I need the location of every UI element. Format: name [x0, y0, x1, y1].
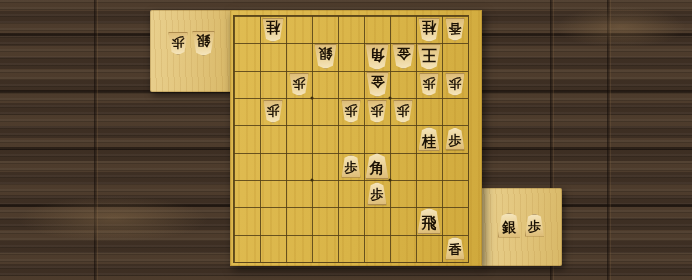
shogi-piece-sente-2e[interactable]: 桂: [418, 127, 440, 151]
shogi-piece-gote-6b[interactable]: 銀: [314, 44, 337, 69]
piece-kanji: 香: [449, 243, 462, 260]
shogi-piece-gote-7c[interactable]: 歩: [289, 73, 309, 96]
piece-kanji: 歩: [267, 100, 280, 117]
piece-kanji: 桂: [422, 18, 436, 36]
shogi-piece-gote-2b[interactable]: 王: [417, 44, 441, 70]
piece-kanji: 王: [422, 44, 437, 63]
wood-grain-highlight: [556, 6, 686, 48]
piece-kanji: 角: [370, 160, 385, 179]
shogi-piece-sente-1i[interactable]: 香: [445, 237, 465, 260]
piece-kanji: 桂: [422, 133, 436, 151]
shogi-piece-gote-4c[interactable]: 金: [366, 72, 389, 97]
wood-grain-highlight: [18, 196, 208, 242]
shogi-piece-sente-4g[interactable]: 歩: [367, 182, 387, 205]
gote-hand: 歩銀: [150, 10, 232, 92]
shogi-piece-sente[interactable]: 歩: [525, 214, 545, 237]
shogi-piece-gote-8a[interactable]: 桂: [262, 18, 284, 42]
board-grid[interactable]: 桂桂香銀角金王歩金歩歩歩歩歩歩桂歩歩角歩飛香: [233, 15, 469, 263]
shogi-piece-gote-1a[interactable]: 香: [445, 18, 465, 41]
piece-kanji: 歩: [449, 134, 462, 151]
shogi-piece-gote-2c[interactable]: 歩: [419, 73, 439, 96]
sente-hand: 銀歩: [480, 188, 562, 266]
shogi-piece-sente-4f[interactable]: 角: [365, 153, 389, 179]
piece-kanji: 歩: [171, 32, 184, 49]
piece-kanji: 銀: [318, 44, 332, 62]
gote-komadai: 歩銀: [150, 10, 232, 92]
piece-kanji: 桂: [266, 18, 280, 36]
piece-kanji: 歩: [397, 100, 410, 117]
table-plank-seam: [607, 0, 610, 280]
shogi-piece-gote-4b[interactable]: 角: [365, 44, 389, 70]
shogi-piece-gote-2a[interactable]: 桂: [418, 18, 440, 42]
table-plank-seam: [94, 0, 97, 280]
shogi-board: 桂桂香銀角金王歩金歩歩歩歩歩歩桂歩歩角歩飛香: [230, 10, 482, 266]
piece-kanji: 歩: [293, 73, 306, 90]
shogi-piece-sente-1e[interactable]: 歩: [445, 127, 465, 150]
shogi-piece-sente-2h[interactable]: 飛: [417, 208, 441, 234]
piece-kanji: 歩: [345, 100, 358, 117]
piece-kanji: 香: [449, 18, 462, 35]
shogi-piece-gote[interactable]: 銀: [192, 31, 215, 56]
piece-kanji: 飛: [422, 215, 437, 234]
piece-kanji: 歩: [371, 188, 384, 205]
shogi-piece-sente-5f[interactable]: 歩: [341, 155, 361, 178]
shogi-piece-gote[interactable]: 歩: [168, 32, 188, 55]
shogi-piece-gote-1c[interactable]: 歩: [445, 73, 465, 96]
piece-kanji: 歩: [371, 100, 384, 117]
sente-komadai: 銀歩: [480, 188, 562, 266]
shogi-piece-gote-5d[interactable]: 歩: [341, 100, 361, 123]
piece-kanji: 歩: [345, 161, 358, 178]
piece-kanji: 銀: [196, 31, 210, 49]
shogi-piece-gote-3d[interactable]: 歩: [393, 100, 413, 123]
shogi-piece-gote-3b[interactable]: 金: [392, 44, 415, 69]
piece-kanji: 歩: [423, 73, 436, 90]
piece-kanji: 歩: [449, 73, 462, 90]
shogi-piece-gote-4d[interactable]: 歩: [367, 100, 387, 123]
piece-kanji: 金: [370, 72, 384, 90]
shogi-piece-gote-8d[interactable]: 歩: [263, 100, 283, 123]
piece-kanji: 歩: [528, 220, 541, 237]
board-pieces-layer: 桂桂香銀角金王歩金歩歩歩歩歩歩桂歩歩角歩飛香: [234, 16, 468, 262]
shogi-piece-sente[interactable]: 銀: [498, 213, 521, 238]
piece-kanji: 角: [370, 44, 385, 63]
piece-kanji: 金: [396, 44, 410, 62]
piece-kanji: 銀: [502, 219, 516, 237]
